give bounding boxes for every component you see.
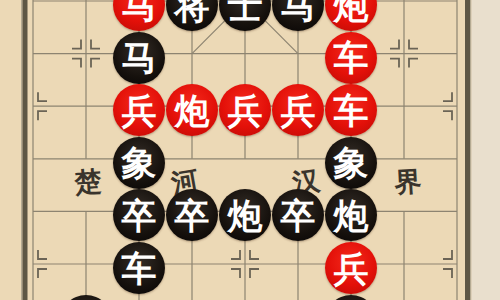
river-label: 界 [394,163,423,200]
piece-black-elephant[interactable]: 象 [325,137,377,189]
piece-red-chariot[interactable]: 车 [325,32,377,84]
piece-black-elephant[interactable]: 象 [113,137,165,189]
xiangqi-board: 楚河汉界 马将士马炮马车兵炮兵兵车象象卒卒炮卒炮车兵 [0,0,500,300]
piece-black-soldier[interactable]: 卒 [272,189,324,241]
piece-black-cannon[interactable]: 炮 [219,189,271,241]
board-grid-lines [0,0,500,300]
piece-red-soldier[interactable]: 兵 [219,84,271,136]
piece-black-soldier[interactable]: 卒 [113,189,165,241]
river-label: 楚 [73,163,102,201]
piece-black-cannon[interactable]: 炮 [325,189,377,241]
piece-red-chariot[interactable]: 车 [325,84,377,136]
piece-red-cannon[interactable]: 炮 [166,84,218,136]
piece-red-soldier[interactable]: 兵 [325,242,377,294]
piece-red-soldier[interactable]: 兵 [272,84,324,136]
piece-black-soldier[interactable]: 卒 [166,189,218,241]
piece-black-chariot[interactable]: 车 [113,242,165,294]
piece-red-soldier[interactable]: 兵 [113,84,165,136]
piece-black-horse[interactable]: 马 [113,32,165,84]
